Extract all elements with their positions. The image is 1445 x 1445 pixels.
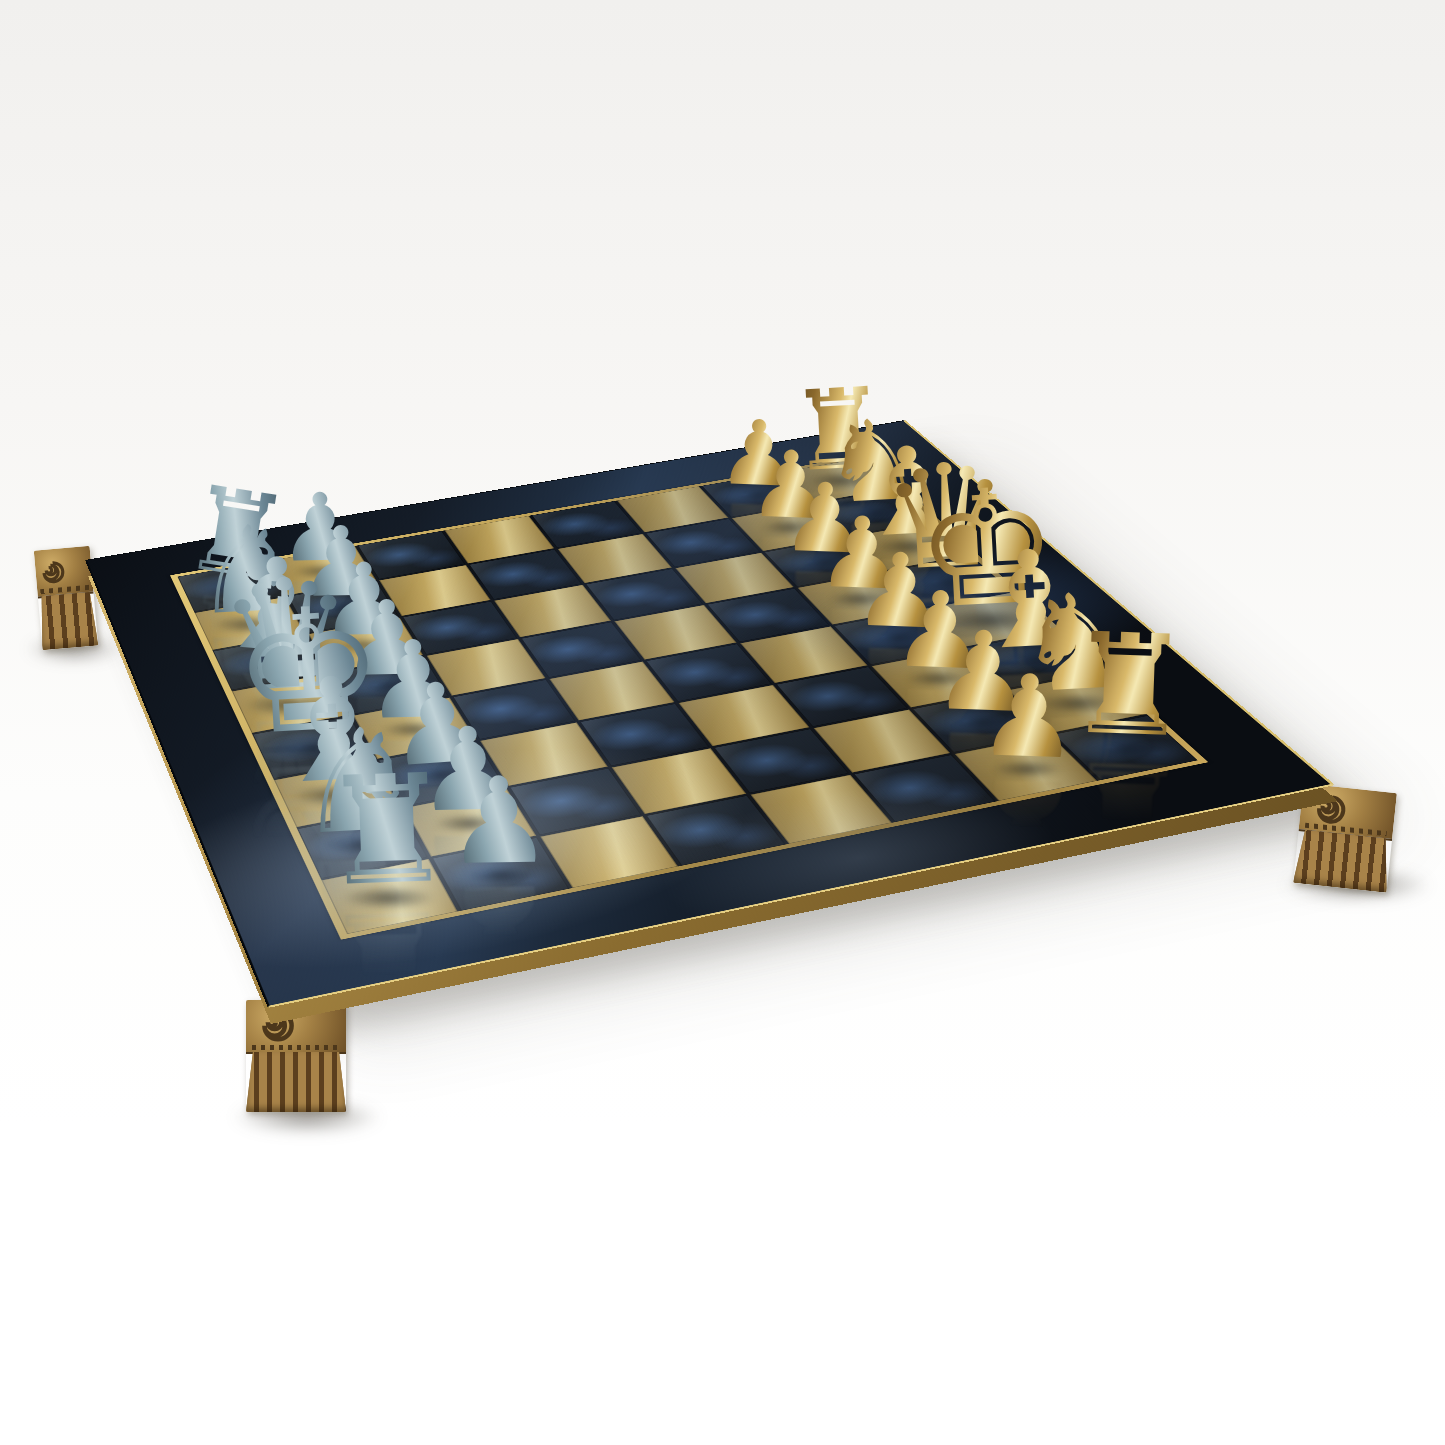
product-photo-scene: ♜♜♞♞♝♝♛♛♚♚♝♝♞♞♜♜♟♟♟♟♟♟♟♟♟♟♟♟♟♟♟♟♟♟♟♟♟♟♟♟… [0,0,1445,1445]
pawn-icon: ♟ [445,764,554,879]
rook-icon: ♜ [317,757,455,903]
rook-icon: ♜ [1064,618,1193,754]
pawn-icon: ♟ [976,662,1081,773]
